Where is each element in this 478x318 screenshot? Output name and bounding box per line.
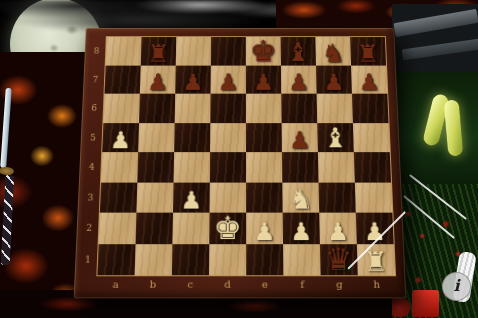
rank-label-2: 2 bbox=[80, 213, 98, 244]
square-b1[interactable] bbox=[135, 244, 173, 276]
info-button[interactable]: i bbox=[442, 272, 471, 301]
rank-label-1: 1 bbox=[79, 244, 97, 276]
square-h6[interactable] bbox=[352, 94, 389, 123]
square-c1[interactable] bbox=[172, 244, 209, 276]
square-b3[interactable] bbox=[136, 182, 173, 213]
square-a7[interactable] bbox=[105, 65, 141, 94]
square-f6[interactable] bbox=[281, 94, 317, 123]
piece-white-king[interactable]: ♚ bbox=[209, 212, 246, 244]
piece-black-king[interactable]: ♚ bbox=[246, 37, 281, 66]
square-b4[interactable] bbox=[137, 152, 174, 182]
piece-black-rook[interactable]: ♜ bbox=[141, 41, 177, 65]
square-d6[interactable] bbox=[210, 94, 246, 123]
square-c7[interactable]: ♟ bbox=[175, 65, 211, 94]
file-label-g: g bbox=[321, 277, 359, 294]
piece-white-pawn[interactable]: ♟ bbox=[283, 219, 320, 243]
file-labels: abcdefgh bbox=[97, 277, 396, 294]
square-e3[interactable] bbox=[246, 182, 283, 213]
square-g2[interactable]: ♟ bbox=[319, 213, 357, 244]
square-g3[interactable] bbox=[319, 182, 356, 213]
square-h5[interactable] bbox=[353, 123, 390, 152]
square-f1[interactable] bbox=[283, 244, 321, 276]
square-c3[interactable]: ♟ bbox=[173, 182, 210, 213]
square-d5[interactable] bbox=[210, 123, 246, 152]
file-label-c: c bbox=[171, 277, 209, 294]
square-c2[interactable] bbox=[172, 213, 209, 244]
file-label-d: d bbox=[209, 277, 246, 294]
piece-black-pawn[interactable]: ♟ bbox=[140, 71, 176, 93]
square-d7[interactable]: ♟ bbox=[211, 65, 246, 94]
square-f8[interactable]: ♝ bbox=[281, 37, 316, 65]
piece-black-rook[interactable]: ♜ bbox=[350, 41, 386, 65]
square-a8[interactable] bbox=[106, 37, 142, 65]
square-g6[interactable] bbox=[317, 94, 353, 123]
square-e4[interactable] bbox=[246, 152, 282, 182]
square-h1[interactable]: ♜ bbox=[357, 244, 395, 276]
piece-white-pawn[interactable]: ♟ bbox=[246, 219, 283, 243]
piece-black-pawn[interactable]: ♟ bbox=[281, 71, 317, 93]
square-e5[interactable] bbox=[246, 123, 282, 152]
file-label-h: h bbox=[358, 277, 396, 294]
square-d8[interactable] bbox=[211, 37, 246, 65]
square-f4[interactable] bbox=[282, 152, 319, 182]
square-b5[interactable] bbox=[138, 123, 174, 152]
file-label-a: a bbox=[97, 277, 135, 294]
square-e1[interactable] bbox=[246, 244, 283, 276]
square-a6[interactable] bbox=[103, 94, 139, 123]
rank-label-3: 3 bbox=[82, 182, 99, 213]
piece-black-pawn[interactable]: ♟ bbox=[316, 71, 352, 93]
file-label-b: b bbox=[134, 277, 172, 294]
piece-black-pawn[interactable]: ♟ bbox=[175, 71, 211, 93]
square-d3[interactable] bbox=[210, 182, 247, 213]
square-e6[interactable] bbox=[246, 94, 282, 123]
square-b6[interactable] bbox=[139, 94, 175, 123]
square-h8[interactable]: ♜ bbox=[350, 37, 386, 65]
square-e7[interactable]: ♟ bbox=[246, 65, 281, 94]
square-e8[interactable]: ♚ bbox=[246, 37, 281, 65]
rank-label-8: 8 bbox=[88, 37, 105, 65]
piece-black-pawn[interactable]: ♟ bbox=[351, 71, 387, 93]
square-c5[interactable] bbox=[174, 123, 210, 152]
rank-label-5: 5 bbox=[84, 123, 101, 152]
piece-black-bishop[interactable]: ♝ bbox=[281, 39, 316, 65]
square-a1[interactable] bbox=[97, 244, 135, 276]
square-c4[interactable] bbox=[174, 152, 211, 182]
square-g8[interactable]: ♞ bbox=[315, 37, 351, 65]
rank-label-4: 4 bbox=[83, 152, 100, 182]
square-d1[interactable] bbox=[209, 244, 246, 276]
square-f7[interactable]: ♟ bbox=[281, 65, 317, 94]
piece-black-queen[interactable]: ♛ bbox=[320, 244, 358, 275]
square-d4[interactable] bbox=[210, 152, 246, 182]
piece-black-pawn[interactable]: ♟ bbox=[246, 71, 281, 93]
piece-white-knight[interactable]: ♞ bbox=[282, 186, 319, 213]
square-h3[interactable] bbox=[355, 182, 393, 213]
square-a5[interactable]: ♟ bbox=[102, 123, 139, 152]
square-f3[interactable]: ♞ bbox=[282, 182, 319, 213]
piece-black-knight[interactable]: ♞ bbox=[315, 40, 351, 65]
rank-label-6: 6 bbox=[86, 94, 103, 123]
board-grid: ♜♚♝♞♜♟♟♟♟♟♟♟♟♟♝♟♞♚♟♟♟♟♛♜ bbox=[97, 37, 395, 275]
square-e2[interactable]: ♟ bbox=[246, 213, 283, 244]
file-label-e: e bbox=[246, 277, 283, 294]
square-g5[interactable]: ♝ bbox=[317, 123, 354, 152]
piece-black-pawn[interactable]: ♟ bbox=[282, 129, 318, 152]
piece-white-pawn[interactable]: ♟ bbox=[319, 219, 356, 243]
bamboo-candle-icon bbox=[444, 99, 464, 156]
square-g1[interactable]: ♛ bbox=[320, 244, 358, 276]
square-c6[interactable] bbox=[175, 94, 211, 123]
square-b7[interactable]: ♟ bbox=[140, 65, 176, 94]
square-f2[interactable]: ♟ bbox=[283, 213, 320, 244]
square-a3[interactable] bbox=[100, 182, 137, 213]
square-g4[interactable] bbox=[318, 152, 355, 182]
red-cup-decoration bbox=[412, 290, 439, 317]
square-d2[interactable]: ♚ bbox=[209, 213, 246, 244]
bamboo-candle-area-decoration bbox=[388, 72, 478, 190]
piece-white-pawn[interactable]: ♟ bbox=[102, 129, 139, 152]
square-h4[interactable] bbox=[354, 152, 391, 182]
square-a2[interactable] bbox=[99, 213, 137, 244]
piece-white-bishop[interactable]: ♝ bbox=[317, 125, 354, 152]
square-f5[interactable]: ♟ bbox=[282, 123, 318, 152]
square-g7[interactable]: ♟ bbox=[316, 65, 352, 94]
square-h7[interactable]: ♟ bbox=[351, 65, 387, 94]
square-b2[interactable] bbox=[136, 213, 173, 244]
piece-black-pawn[interactable]: ♟ bbox=[211, 71, 246, 93]
file-label-f: f bbox=[283, 277, 321, 294]
rank-label-7: 7 bbox=[87, 65, 104, 94]
piece-white-pawn[interactable]: ♟ bbox=[173, 189, 210, 213]
square-a4[interactable] bbox=[101, 152, 138, 182]
square-b8[interactable]: ♜ bbox=[141, 37, 177, 65]
square-c8[interactable] bbox=[176, 37, 211, 65]
